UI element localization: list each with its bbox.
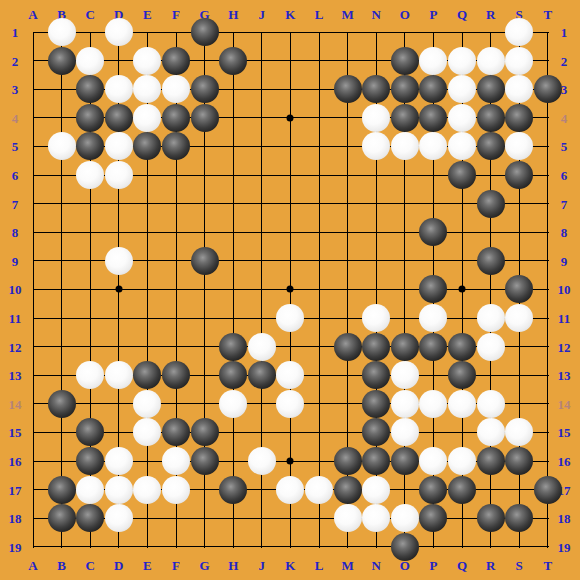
- white-stone: [362, 504, 390, 532]
- grid-line-horizontal: [33, 203, 549, 204]
- white-stone: [162, 476, 190, 504]
- grid-line-horizontal: [33, 232, 549, 233]
- black-stone: [162, 132, 190, 160]
- white-stone: [505, 132, 533, 160]
- go-board[interactable]: AABBCCDDEEFFGGHHJJKKLLMMNNOOPPQQRRSSTT11…: [0, 0, 580, 580]
- black-stone: [191, 18, 219, 46]
- black-stone: [505, 447, 533, 475]
- white-stone: [391, 390, 419, 418]
- black-stone: [391, 75, 419, 103]
- white-stone: [505, 75, 533, 103]
- star-point: [287, 286, 294, 293]
- column-label-bottom: E: [143, 559, 152, 572]
- white-stone: [362, 304, 390, 332]
- row-label-left: 8: [12, 226, 19, 239]
- column-label-bottom: J: [259, 559, 266, 572]
- column-label-bottom: S: [516, 559, 523, 572]
- black-stone: [477, 104, 505, 132]
- star-point: [115, 286, 122, 293]
- black-stone: [534, 476, 562, 504]
- white-stone: [419, 390, 447, 418]
- white-stone: [362, 476, 390, 504]
- row-label-right: 16: [558, 455, 571, 468]
- white-stone: [448, 75, 476, 103]
- black-stone: [133, 132, 161, 160]
- column-label-top: Q: [457, 8, 467, 21]
- black-stone: [362, 390, 390, 418]
- white-stone: [477, 304, 505, 332]
- white-stone: [276, 390, 304, 418]
- black-stone: [334, 447, 362, 475]
- star-point: [459, 286, 466, 293]
- column-label-top: A: [28, 8, 37, 21]
- row-label-left: 13: [9, 369, 22, 382]
- row-label-left: 19: [9, 540, 22, 553]
- white-stone: [248, 447, 276, 475]
- white-stone: [448, 104, 476, 132]
- black-stone: [362, 75, 390, 103]
- row-label-left: 15: [9, 426, 22, 439]
- column-label-top: H: [228, 8, 238, 21]
- black-stone: [76, 104, 104, 132]
- black-stone: [505, 275, 533, 303]
- white-stone: [105, 504, 133, 532]
- white-stone: [477, 47, 505, 75]
- white-stone: [105, 476, 133, 504]
- black-stone: [191, 104, 219, 132]
- row-label-right: 15: [558, 426, 571, 439]
- black-stone: [448, 161, 476, 189]
- black-stone: [419, 104, 447, 132]
- black-stone: [76, 132, 104, 160]
- white-stone: [448, 447, 476, 475]
- white-stone: [48, 18, 76, 46]
- column-label-bottom: R: [486, 559, 495, 572]
- grid-line-horizontal: [33, 432, 549, 433]
- black-stone: [391, 47, 419, 75]
- black-stone: [48, 476, 76, 504]
- black-stone: [477, 247, 505, 275]
- black-stone: [419, 275, 447, 303]
- white-stone: [505, 304, 533, 332]
- black-stone: [419, 75, 447, 103]
- black-stone: [76, 418, 104, 446]
- column-label-top: O: [400, 8, 410, 21]
- grid-line-vertical: [547, 32, 548, 548]
- grid-line-vertical: [61, 32, 62, 548]
- black-stone: [334, 333, 362, 361]
- white-stone: [162, 75, 190, 103]
- column-label-top: P: [429, 8, 437, 21]
- white-stone: [105, 18, 133, 46]
- black-stone: [419, 333, 447, 361]
- row-label-left: 4: [12, 111, 19, 124]
- white-stone: [391, 132, 419, 160]
- black-stone: [391, 333, 419, 361]
- row-label-right: 8: [561, 226, 568, 239]
- black-stone: [219, 476, 247, 504]
- white-stone: [334, 504, 362, 532]
- black-stone: [391, 104, 419, 132]
- white-stone: [477, 333, 505, 361]
- black-stone: [477, 190, 505, 218]
- black-stone: [162, 47, 190, 75]
- black-stone: [76, 75, 104, 103]
- black-stone: [248, 361, 276, 389]
- row-label-right: 10: [558, 283, 571, 296]
- black-stone: [48, 47, 76, 75]
- column-label-bottom: Q: [457, 559, 467, 572]
- white-stone: [219, 390, 247, 418]
- row-label-right: 7: [561, 197, 568, 210]
- column-label-top: N: [371, 8, 380, 21]
- black-stone: [334, 476, 362, 504]
- column-label-bottom: L: [315, 559, 324, 572]
- row-label-left: 3: [12, 83, 19, 96]
- white-stone: [76, 361, 104, 389]
- white-stone: [105, 161, 133, 189]
- black-stone: [448, 476, 476, 504]
- black-stone: [419, 504, 447, 532]
- row-label-left: 7: [12, 197, 19, 210]
- white-stone: [276, 476, 304, 504]
- white-stone: [419, 132, 447, 160]
- white-stone: [162, 447, 190, 475]
- row-label-right: 4: [561, 111, 568, 124]
- row-label-left: 18: [9, 512, 22, 525]
- white-stone: [391, 361, 419, 389]
- star-point: [287, 458, 294, 465]
- white-stone: [276, 361, 304, 389]
- white-stone: [105, 247, 133, 275]
- white-stone: [76, 161, 104, 189]
- white-stone: [448, 132, 476, 160]
- star-point: [287, 114, 294, 121]
- black-stone: [534, 75, 562, 103]
- black-stone: [477, 504, 505, 532]
- column-label-bottom: D: [114, 559, 123, 572]
- grid-line-horizontal: [33, 546, 549, 547]
- grid-line-vertical: [233, 32, 234, 548]
- white-stone: [105, 132, 133, 160]
- black-stone: [162, 104, 190, 132]
- black-stone: [133, 361, 161, 389]
- column-label-top: E: [143, 8, 152, 21]
- white-stone: [133, 104, 161, 132]
- row-label-left: 16: [9, 455, 22, 468]
- black-stone: [191, 75, 219, 103]
- black-stone: [505, 504, 533, 532]
- white-stone: [505, 18, 533, 46]
- white-stone: [133, 47, 161, 75]
- white-stone: [76, 476, 104, 504]
- column-label-top: C: [85, 8, 94, 21]
- white-stone: [276, 304, 304, 332]
- white-stone: [305, 476, 333, 504]
- column-label-bottom: N: [371, 559, 380, 572]
- white-stone: [105, 75, 133, 103]
- grid-line-vertical: [319, 32, 320, 548]
- white-stone: [505, 47, 533, 75]
- black-stone: [191, 418, 219, 446]
- grid-line-vertical: [33, 32, 34, 548]
- black-stone: [505, 104, 533, 132]
- column-label-bottom: H: [228, 559, 238, 572]
- black-stone: [334, 75, 362, 103]
- black-stone: [391, 533, 419, 561]
- column-label-bottom: F: [172, 559, 180, 572]
- row-label-left: 10: [9, 283, 22, 296]
- black-stone: [391, 447, 419, 475]
- black-stone: [477, 75, 505, 103]
- white-stone: [477, 390, 505, 418]
- column-label-top: F: [172, 8, 180, 21]
- white-stone: [133, 476, 161, 504]
- black-stone: [362, 361, 390, 389]
- row-label-right: 6: [561, 169, 568, 182]
- white-stone: [248, 333, 276, 361]
- black-stone: [219, 333, 247, 361]
- black-stone: [76, 447, 104, 475]
- black-stone: [362, 333, 390, 361]
- column-label-bottom: G: [200, 559, 210, 572]
- column-label-bottom: C: [85, 559, 94, 572]
- column-label-bottom: T: [543, 559, 552, 572]
- black-stone: [162, 418, 190, 446]
- white-stone: [391, 504, 419, 532]
- black-stone: [505, 161, 533, 189]
- row-label-right: 9: [561, 254, 568, 267]
- row-label-left: 1: [12, 26, 19, 39]
- white-stone: [419, 304, 447, 332]
- row-label-right: 18: [558, 512, 571, 525]
- black-stone: [48, 504, 76, 532]
- column-label-bottom: M: [341, 559, 353, 572]
- black-stone: [419, 218, 447, 246]
- black-stone: [448, 361, 476, 389]
- black-stone: [448, 333, 476, 361]
- row-label-left: 9: [12, 254, 19, 267]
- white-stone: [48, 132, 76, 160]
- row-label-left: 12: [9, 340, 22, 353]
- black-stone: [477, 132, 505, 160]
- white-stone: [76, 47, 104, 75]
- column-label-top: R: [486, 8, 495, 21]
- row-label-left: 14: [9, 397, 22, 410]
- black-stone: [162, 361, 190, 389]
- white-stone: [105, 361, 133, 389]
- row-label-left: 2: [12, 54, 19, 67]
- row-label-right: 1: [561, 26, 568, 39]
- column-label-bottom: A: [28, 559, 37, 572]
- row-label-right: 11: [558, 312, 570, 325]
- column-label-bottom: K: [285, 559, 295, 572]
- black-stone: [362, 447, 390, 475]
- white-stone: [391, 418, 419, 446]
- row-label-right: 12: [558, 340, 571, 353]
- white-stone: [133, 390, 161, 418]
- white-stone: [448, 47, 476, 75]
- black-stone: [76, 504, 104, 532]
- black-stone: [105, 104, 133, 132]
- row-label-right: 19: [558, 540, 571, 553]
- column-label-top: T: [543, 8, 552, 21]
- white-stone: [362, 132, 390, 160]
- row-label-left: 6: [12, 169, 19, 182]
- white-stone: [505, 418, 533, 446]
- black-stone: [219, 361, 247, 389]
- white-stone: [362, 104, 390, 132]
- black-stone: [48, 390, 76, 418]
- column-label-bottom: B: [57, 559, 66, 572]
- white-stone: [105, 447, 133, 475]
- column-label-top: M: [341, 8, 353, 21]
- row-label-right: 2: [561, 54, 568, 67]
- white-stone: [477, 418, 505, 446]
- black-stone: [191, 247, 219, 275]
- white-stone: [419, 47, 447, 75]
- column-label-top: L: [315, 8, 324, 21]
- black-stone: [191, 447, 219, 475]
- black-stone: [419, 476, 447, 504]
- white-stone: [419, 447, 447, 475]
- row-label-right: 5: [561, 140, 568, 153]
- black-stone: [477, 447, 505, 475]
- row-label-right: 13: [558, 369, 571, 382]
- white-stone: [133, 75, 161, 103]
- column-label-bottom: P: [429, 559, 437, 572]
- white-stone: [133, 418, 161, 446]
- column-label-top: K: [285, 8, 295, 21]
- black-stone: [219, 47, 247, 75]
- black-stone: [362, 418, 390, 446]
- column-label-top: J: [259, 8, 266, 21]
- row-label-left: 5: [12, 140, 19, 153]
- row-label-right: 14: [558, 397, 571, 410]
- row-label-left: 17: [9, 483, 22, 496]
- white-stone: [448, 390, 476, 418]
- row-label-left: 11: [9, 312, 21, 325]
